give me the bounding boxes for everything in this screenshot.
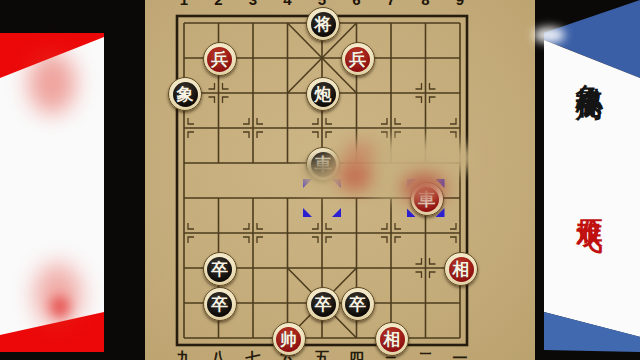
file-label-top: 9 xyxy=(449,0,471,9)
file-label-bottom: 五 xyxy=(311,349,333,360)
video-frame: 123456789九八七六五四三二一 将兵兵象炮車車卒相卒卒卒帅相 象棋秘局 雁… xyxy=(0,0,640,360)
right-banner-white xyxy=(544,40,640,337)
piece-glyph: 卒 xyxy=(349,296,366,313)
piece-face: 車 xyxy=(311,152,336,177)
piece-red-soldier-1[interactable]: 兵 xyxy=(203,42,237,76)
right-decor-panel: 象棋秘局 雁双飞 xyxy=(535,0,640,360)
file-label-top: 1 xyxy=(173,0,195,9)
file-label-top: 3 xyxy=(242,0,264,9)
piece-glyph: 相 xyxy=(384,331,401,348)
piece-face: 卒 xyxy=(311,292,336,317)
marker-corner xyxy=(436,208,445,217)
piece-face: 相 xyxy=(380,327,405,352)
piece-black-soldier-3[interactable]: 卒 xyxy=(306,287,340,321)
piece-red-elephant-2[interactable]: 相 xyxy=(375,322,409,356)
left-decor-panel xyxy=(0,0,145,360)
piece-black-cannon[interactable]: 炮 xyxy=(306,77,340,111)
piece-face: 卒 xyxy=(207,257,232,282)
piece-glyph: 炮 xyxy=(315,86,332,103)
piece-glyph: 卒 xyxy=(211,296,228,313)
banner-title: 象棋秘局 xyxy=(576,62,603,78)
file-label-top: 6 xyxy=(346,0,368,9)
piece-black-soldier-2[interactable]: 卒 xyxy=(203,287,237,321)
piece-glyph: 帅 xyxy=(280,331,297,348)
piece-glyph: 将 xyxy=(315,16,332,33)
piece-face: 炮 xyxy=(311,82,336,107)
marker-corner xyxy=(303,179,312,188)
piece-glyph: 卒 xyxy=(315,296,332,313)
piece-face: 卒 xyxy=(345,292,370,317)
piece-red-soldier-2[interactable]: 兵 xyxy=(341,42,375,76)
piece-face: 兵 xyxy=(345,47,370,72)
banner-glow xyxy=(533,27,565,43)
piece-glyph: 車 xyxy=(315,156,332,173)
file-label-top: 8 xyxy=(415,0,437,9)
file-label-top: 7 xyxy=(380,0,402,9)
piece-red-general[interactable]: 帅 xyxy=(272,322,306,356)
piece-face: 帅 xyxy=(276,327,301,352)
selection-marker xyxy=(407,179,445,217)
file-label-bottom: 一 xyxy=(449,349,471,360)
piece-face: 卒 xyxy=(207,292,232,317)
marker-corner xyxy=(303,208,312,217)
marker-corner xyxy=(436,179,445,188)
xiangqi-board: 123456789九八七六五四三二一 将兵兵象炮車車卒相卒卒卒帅相 xyxy=(145,0,535,360)
piece-face: 相 xyxy=(449,257,474,282)
file-label-top: 4 xyxy=(277,0,299,9)
piece-glyph: 兵 xyxy=(211,51,228,68)
piece-face: 兵 xyxy=(207,47,232,72)
file-label-top: 2 xyxy=(208,0,230,9)
piece-black-soldier-4[interactable]: 卒 xyxy=(341,287,375,321)
file-label-bottom: 四 xyxy=(346,349,368,360)
move-origin-marker xyxy=(303,179,341,217)
file-label-bottom: 八 xyxy=(208,349,230,360)
marker-corner xyxy=(407,208,416,217)
piece-glyph: 相 xyxy=(453,261,470,278)
left-blur-smudge xyxy=(28,52,76,114)
marker-corner xyxy=(332,179,341,188)
piece-black-general[interactable]: 将 xyxy=(306,7,340,41)
piece-glyph: 卒 xyxy=(211,261,228,278)
file-label-bottom: 七 xyxy=(242,349,264,360)
piece-red-elephant-1[interactable]: 相 xyxy=(444,252,478,286)
piece-glyph: 象 xyxy=(177,86,194,103)
piece-black-elephant[interactable]: 象 xyxy=(168,77,202,111)
piece-face: 将 xyxy=(311,12,336,37)
banner-subtitle: 雁双飞 xyxy=(577,198,603,213)
piece-black-soldier-1[interactable]: 卒 xyxy=(203,252,237,286)
file-label-bottom: 二 xyxy=(415,349,437,360)
marker-corner xyxy=(332,208,341,217)
marker-corner xyxy=(407,179,416,188)
piece-black-chariot[interactable]: 車 xyxy=(306,147,340,181)
file-label-bottom: 九 xyxy=(173,349,195,360)
piece-glyph: 兵 xyxy=(349,51,366,68)
piece-face: 象 xyxy=(173,82,198,107)
left-blur-smudge xyxy=(50,296,70,318)
